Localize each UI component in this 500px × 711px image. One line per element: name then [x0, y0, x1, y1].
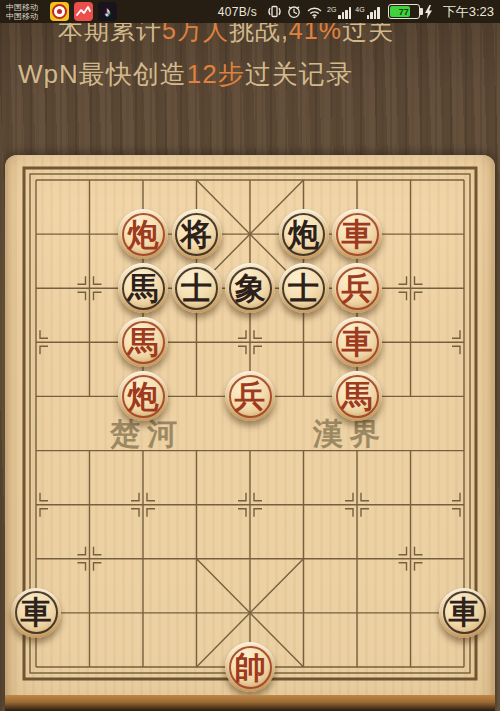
piece-glyph: 士: [279, 263, 329, 313]
piece-black-advisor[interactable]: 士: [279, 263, 329, 313]
signal-2g-icon: 2G: [327, 4, 351, 19]
charging-bolt-icon: [424, 5, 433, 19]
piece-red-chariot[interactable]: 車: [332, 317, 382, 367]
alarm-clock-icon: [286, 4, 302, 19]
piece-glyph: 兵: [225, 371, 275, 421]
piece-black-general[interactable]: 将: [172, 209, 222, 259]
vibrate-icon: [267, 4, 282, 19]
piece-glyph: 兵: [332, 263, 382, 313]
piece-black-advisor[interactable]: 士: [172, 263, 222, 313]
piece-red-marshal[interactable]: 帥: [225, 642, 275, 692]
highlight-text: 12步: [187, 59, 245, 89]
piece-red-chariot[interactable]: 車: [332, 209, 382, 259]
screen: 本期累计5万人挑战,41%过关 WpN最快创造12步过关记录 楚河 漢界 炮将炮…: [0, 0, 500, 711]
tiktok-note-icon: ♪: [98, 2, 117, 21]
piece-glyph: 士: [172, 263, 222, 313]
piece-glyph: 馬: [332, 371, 382, 421]
news-eye-icon: [50, 2, 69, 21]
status-indicators: 407B/s 2G 4G: [218, 3, 494, 21]
piece-glyph: 車: [332, 317, 382, 367]
battery-percent: 77: [389, 7, 419, 17]
piece-glyph: 車: [11, 588, 61, 638]
piece-glyph: 炮: [279, 209, 329, 259]
river-label-right: 漢界: [313, 417, 387, 451]
piece-black-cannon[interactable]: 炮: [279, 209, 329, 259]
piece-glyph: 帥: [225, 642, 275, 692]
record-text: WpN最快创造12步过关记录: [18, 57, 353, 92]
wifi-icon: [306, 5, 323, 19]
battery-icon: 77: [388, 4, 420, 19]
plain-text: WpN最快创造: [18, 59, 187, 89]
piece-black-chariot[interactable]: 車: [439, 588, 489, 638]
clock-time: 下午3:23: [443, 3, 494, 21]
river-label-left: 楚河: [110, 417, 184, 451]
piece-glyph: 車: [332, 209, 382, 259]
piece-red-horse[interactable]: 馬: [118, 317, 168, 367]
board-grid: [5, 155, 495, 711]
piece-black-horse[interactable]: 馬: [118, 263, 168, 313]
piece-glyph: 将: [172, 209, 222, 259]
karaoke-wave-icon: [74, 2, 93, 21]
piece-red-cannon[interactable]: 炮: [118, 371, 168, 421]
piece-red-horse[interactable]: 馬: [332, 371, 382, 421]
piece-black-elephant[interactable]: 象: [225, 263, 275, 313]
piece-red-soldier[interactable]: 兵: [225, 371, 275, 421]
piece-glyph: 車: [439, 588, 489, 638]
piece-red-soldier[interactable]: 兵: [332, 263, 382, 313]
status-bar: 中国移动 中国移动 ♪ 407B/s: [0, 0, 500, 23]
carrier-sim1: 中国移动: [6, 3, 38, 12]
carrier-labels: 中国移动 中国移动: [6, 3, 38, 21]
piece-black-chariot[interactable]: 車: [11, 588, 61, 638]
piece-glyph: 炮: [118, 371, 168, 421]
network-speed: 407B/s: [218, 5, 257, 19]
piece-glyph: 馬: [118, 317, 168, 367]
piece-glyph: 象: [225, 263, 275, 313]
piece-red-cannon[interactable]: 炮: [118, 209, 168, 259]
xiangqi-board[interactable]: 楚河 漢界 炮将炮車馬士象士兵馬車炮兵馬車車帥: [5, 155, 495, 711]
notification-app-icons: ♪: [50, 2, 117, 21]
piece-glyph: 炮: [118, 209, 168, 259]
piece-glyph: 馬: [118, 263, 168, 313]
carrier-sim2: 中国移动: [6, 12, 38, 21]
plain-text: 过关记录: [245, 59, 353, 89]
signal-4g-icon: 4G: [355, 4, 379, 19]
board-bottom-edge: [5, 695, 495, 711]
